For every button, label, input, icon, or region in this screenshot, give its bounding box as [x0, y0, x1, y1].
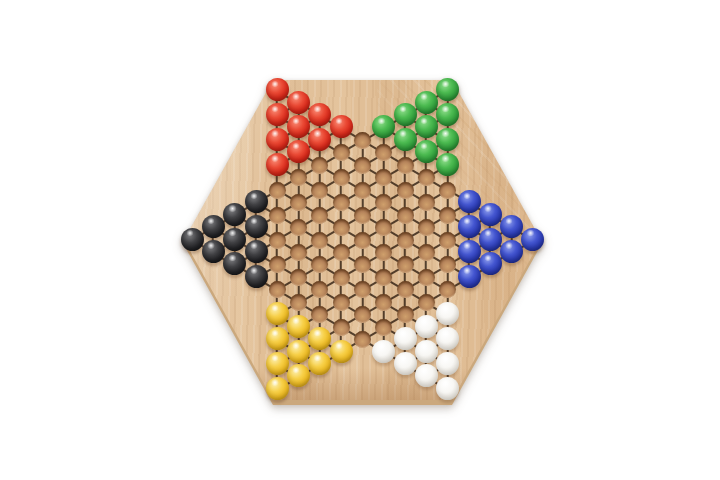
marble-red[interactable] [266, 78, 289, 101]
marble-white[interactable] [415, 315, 438, 338]
board-hole-c11-r7[interactable] [418, 269, 435, 286]
board-hole-c6-r3[interactable] [311, 182, 328, 199]
board-hole-c10-r5[interactable] [397, 232, 414, 249]
marble-black[interactable] [202, 215, 225, 238]
board-hole-c7-r5[interactable] [333, 244, 350, 261]
board-hole-c10-r7[interactable] [397, 281, 414, 298]
board-hole-c12-r6[interactable] [439, 232, 456, 249]
board-hole-c10-r6[interactable] [397, 256, 414, 273]
marble-green[interactable] [415, 91, 438, 114]
board-hole-c12-r4[interactable] [439, 182, 456, 199]
marble-yellow[interactable] [266, 327, 289, 350]
board-hole-c8-r6[interactable] [354, 281, 371, 298]
marble-blue[interactable] [479, 203, 502, 226]
board-hole-c5-r6[interactable] [290, 244, 307, 261]
board-hole-c9-r8[interactable] [375, 319, 392, 336]
board-hole-c12-r5[interactable] [439, 207, 456, 224]
marble-red[interactable] [266, 128, 289, 151]
board-hole-c7-r4[interactable] [333, 219, 350, 236]
marble-black[interactable] [181, 228, 204, 251]
marble-green[interactable] [394, 103, 417, 126]
board-hole-c5-r3[interactable] [290, 169, 307, 186]
marble-white[interactable] [372, 340, 395, 363]
board-hole-c6-r2[interactable] [311, 157, 328, 174]
board-hole-c6-r8[interactable] [311, 306, 328, 323]
marble-green[interactable] [436, 153, 459, 176]
board-hole-c8-r2[interactable] [354, 182, 371, 199]
board-hole-c9-r7[interactable] [375, 294, 392, 311]
photo-background [0, 0, 720, 480]
board-hole-c5-r7[interactable] [290, 269, 307, 286]
board-hole-c11-r6[interactable] [418, 244, 435, 261]
board-hole-c11-r4[interactable] [418, 194, 435, 211]
marble-blue[interactable] [479, 228, 502, 251]
marble-red[interactable] [266, 103, 289, 126]
marble-yellow[interactable] [330, 340, 353, 363]
marble-blue[interactable] [500, 215, 523, 238]
board-hole-c10-r4[interactable] [397, 207, 414, 224]
board-hole-c7-r3[interactable] [333, 194, 350, 211]
board-hole-c10-r3[interactable] [397, 182, 414, 199]
board-hole-c7-r1[interactable] [333, 144, 350, 161]
marble-blue[interactable] [458, 190, 481, 213]
marble-blue[interactable] [458, 240, 481, 263]
marble-blue[interactable] [458, 265, 481, 288]
board-hole-c8-r0[interactable] [354, 132, 371, 149]
marble-red[interactable] [330, 115, 353, 138]
board-wrapper [0, 0, 720, 480]
board-hole-c6-r6[interactable] [311, 256, 328, 273]
marble-red[interactable] [266, 153, 289, 176]
board-hole-c4-r5[interactable] [269, 207, 286, 224]
marble-blue[interactable] [500, 240, 523, 263]
board-hole-c4-r6[interactable] [269, 232, 286, 249]
marble-yellow[interactable] [266, 377, 289, 400]
board-hole-c8-r4[interactable] [354, 232, 371, 249]
marble-black[interactable] [245, 240, 268, 263]
marble-black[interactable] [245, 215, 268, 238]
board-hole-c10-r2[interactable] [397, 157, 414, 174]
marble-red[interactable] [287, 91, 310, 114]
marble-yellow[interactable] [287, 315, 310, 338]
board-hole-c4-r7[interactable] [269, 256, 286, 273]
board-hole-c4-r4[interactable] [269, 182, 286, 199]
marble-yellow[interactable] [287, 340, 310, 363]
board-hole-c5-r8[interactable] [290, 294, 307, 311]
board-hole-c8-r7[interactable] [354, 306, 371, 323]
board-hole-c11-r8[interactable] [418, 294, 435, 311]
board-hole-c8-r1[interactable] [354, 157, 371, 174]
board-hole-c6-r4[interactable] [311, 207, 328, 224]
marble-blue[interactable] [458, 215, 481, 238]
board-hole-c8-r3[interactable] [354, 207, 371, 224]
marble-green[interactable] [436, 128, 459, 151]
board-hole-c7-r6[interactable] [333, 269, 350, 286]
board-hole-c7-r2[interactable] [333, 169, 350, 186]
marble-green[interactable] [394, 128, 417, 151]
board-hole-c6-r5[interactable] [311, 232, 328, 249]
board-hole-c9-r6[interactable] [375, 269, 392, 286]
board-hole-c7-r8[interactable] [333, 319, 350, 336]
board-hole-c12-r8[interactable] [439, 281, 456, 298]
board-hole-c4-r8[interactable] [269, 281, 286, 298]
marble-black[interactable] [223, 203, 246, 226]
board-hole-c8-r8[interactable] [354, 331, 371, 348]
board-hole-c5-r4[interactable] [290, 194, 307, 211]
marble-yellow[interactable] [266, 352, 289, 375]
marble-black[interactable] [245, 265, 268, 288]
marble-black[interactable] [245, 190, 268, 213]
marble-white[interactable] [415, 340, 438, 363]
board-hole-c7-r7[interactable] [333, 294, 350, 311]
board-hole-c12-r7[interactable] [439, 256, 456, 273]
marble-yellow[interactable] [266, 302, 289, 325]
board-hole-c6-r7[interactable] [311, 281, 328, 298]
marble-white[interactable] [394, 327, 417, 350]
marble-blue[interactable] [521, 228, 544, 251]
board-hole-c8-r5[interactable] [354, 256, 371, 273]
board-hole-c10-r8[interactable] [397, 306, 414, 323]
marble-white[interactable] [436, 377, 459, 400]
marble-black[interactable] [202, 240, 225, 263]
board-hole-c11-r5[interactable] [418, 219, 435, 236]
marble-black[interactable] [223, 228, 246, 251]
board-hole-c5-r5[interactable] [290, 219, 307, 236]
marble-white[interactable] [394, 352, 417, 375]
